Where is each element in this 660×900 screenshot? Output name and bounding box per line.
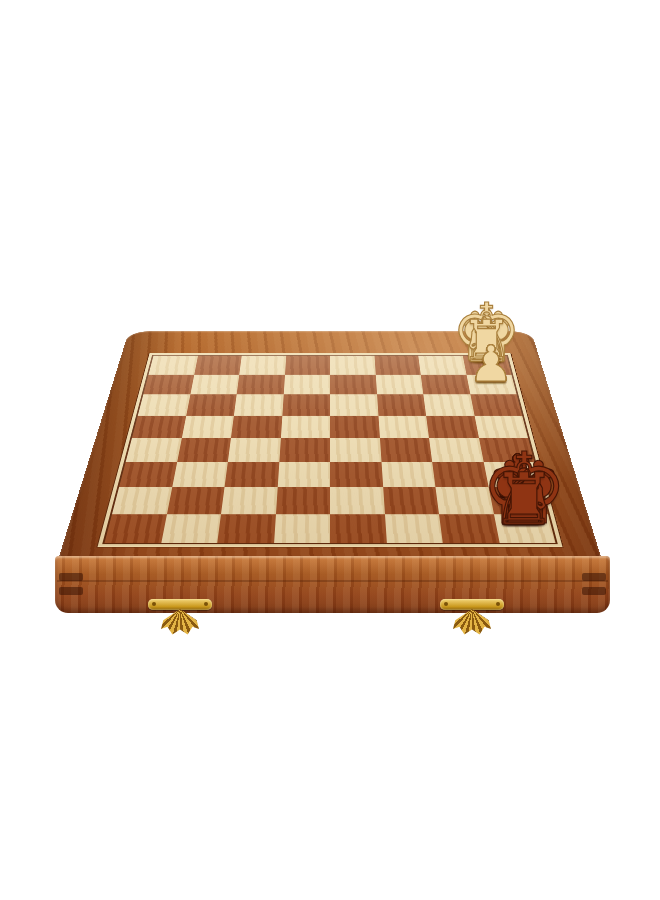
square-c2 [375, 374, 423, 394]
brass-clasp-right [434, 599, 510, 641]
dovetail-joint [582, 587, 606, 595]
square-f7 [221, 487, 277, 514]
square-d7 [330, 487, 384, 514]
square-g8 [161, 514, 221, 543]
square-e7 [276, 487, 330, 514]
square-e3 [282, 394, 330, 415]
dovetail-joint [59, 573, 83, 581]
square-d6 [330, 462, 383, 487]
square-a4 [474, 415, 528, 437]
square-e4 [280, 415, 330, 437]
square-e6 [277, 462, 330, 487]
square-b3 [423, 394, 474, 415]
chess-board [104, 356, 555, 543]
square-f8 [217, 514, 275, 543]
square-d4 [330, 415, 380, 437]
square-a8 [493, 514, 555, 543]
square-c8 [384, 514, 442, 543]
square-g3 [186, 394, 237, 415]
square-h3 [138, 394, 190, 415]
square-g5 [177, 438, 231, 462]
square-f4 [231, 415, 282, 437]
square-b4 [426, 415, 478, 437]
clasp-shell-pendant [453, 609, 491, 636]
square-g6 [172, 462, 228, 487]
square-b2 [421, 374, 470, 394]
square-e1 [285, 356, 330, 375]
square-b5 [429, 438, 483, 462]
clasp-screw [444, 602, 448, 606]
square-f5 [228, 438, 281, 462]
square-e8 [274, 514, 330, 543]
dovetail-joint [59, 587, 83, 595]
square-a6 [483, 462, 541, 487]
square-h2 [143, 374, 194, 394]
square-b8 [439, 514, 499, 543]
square-g1 [194, 356, 242, 375]
brass-clasp-left [142, 599, 218, 641]
clasp-shell-pendant [161, 609, 199, 636]
square-h8 [104, 514, 166, 543]
square-d2 [330, 374, 377, 394]
square-f6 [225, 462, 279, 487]
square-a5 [479, 438, 535, 462]
clasp-screw [152, 602, 156, 606]
square-c5 [380, 438, 433, 462]
square-a1 [462, 356, 511, 375]
square-f1 [239, 356, 286, 375]
square-c1 [374, 356, 421, 375]
chess-set-photo: ♜♞♝♛♚♝♞♜♟♟♟♟♟♟♟♟♟♟♟♟♟♟♟♟♜♞♝♛♚♝♞♜ [0, 0, 660, 900]
square-f3 [234, 394, 283, 415]
square-e5 [279, 438, 330, 462]
dovetail-joint [582, 573, 606, 581]
clasp-screw [204, 602, 208, 606]
square-g2 [190, 374, 239, 394]
square-e2 [283, 374, 330, 394]
box-front-face [55, 556, 610, 613]
clasp-screw [496, 602, 500, 606]
box-lid-seam [57, 580, 608, 582]
square-c7 [383, 487, 439, 514]
square-d1 [330, 356, 375, 375]
square-d5 [330, 438, 381, 462]
square-c3 [377, 394, 426, 415]
square-h6 [119, 462, 177, 487]
square-g4 [181, 415, 233, 437]
square-f2 [237, 374, 285, 394]
square-h5 [126, 438, 182, 462]
square-h7 [112, 487, 172, 514]
clasp-plate [148, 599, 212, 610]
square-b6 [432, 462, 488, 487]
square-g7 [167, 487, 225, 514]
square-h4 [132, 415, 186, 437]
square-d3 [330, 394, 378, 415]
board-box-top [58, 331, 602, 560]
square-b7 [435, 487, 493, 514]
square-a7 [488, 487, 548, 514]
square-h1 [149, 356, 198, 375]
square-a2 [466, 374, 517, 394]
square-b1 [418, 356, 466, 375]
square-a3 [470, 394, 522, 415]
clasp-plate [440, 599, 504, 610]
square-d8 [330, 514, 386, 543]
square-c4 [378, 415, 429, 437]
square-c6 [381, 462, 435, 487]
